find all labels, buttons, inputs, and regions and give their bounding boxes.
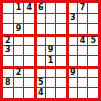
sudoku-cell-empty-r2c9[interactable] — [88, 14, 98, 24]
sudoku-cell-empty-r6c7[interactable] — [67, 56, 77, 66]
sudoku-cell-empty-r1c5[interactable] — [46, 3, 56, 13]
sudoku-cell-empty-r9c2[interactable] — [14, 88, 24, 98]
sudoku-cell-empty-r9c1[interactable] — [3, 88, 13, 98]
sudoku-cell-empty-r4c4[interactable] — [35, 35, 45, 45]
sudoku-cell-empty-r7c9[interactable] — [88, 67, 98, 77]
sudoku-cell-given-r7c2: 2 — [14, 67, 24, 77]
sudoku-cell-empty-r5c6[interactable] — [56, 46, 66, 56]
sudoku-cell-empty-r2c5[interactable] — [46, 14, 56, 24]
sudoku-cell-empty-r5c7[interactable] — [67, 46, 77, 56]
sudoku-cell-empty-r8c5[interactable] — [46, 78, 56, 88]
sudoku-cell-empty-r8c3[interactable] — [24, 78, 34, 88]
sudoku-cell-given-r8c1: 8 — [3, 78, 13, 88]
sudoku-cell-empty-r2c3[interactable] — [24, 14, 34, 24]
sudoku-cell-empty-r4c5[interactable] — [46, 35, 56, 45]
sudoku-cell-empty-r9c3[interactable] — [24, 88, 34, 98]
sudoku-cell-given-r3c2: 9 — [14, 24, 24, 34]
sudoku-cell-given-r6c5: 1 — [46, 56, 56, 66]
sudoku-cell-empty-r2c8[interactable] — [78, 14, 88, 24]
sudoku-cell-empty-r6c1[interactable] — [3, 56, 13, 66]
sudoku-cell-given-r1c3: 4 — [24, 3, 34, 13]
sudoku-cell-given-r5c5: 9 — [46, 46, 56, 56]
sudoku-cell-given-r5c1: 3 — [3, 46, 13, 56]
sudoku-cell-empty-r2c1[interactable] — [3, 14, 13, 24]
sudoku-cell-given-r7c7: 9 — [67, 67, 77, 77]
sudoku-cell-empty-r8c2[interactable] — [14, 78, 24, 88]
sudoku-cell-given-r1c8: 7 — [78, 3, 88, 13]
sudoku-cell-empty-r9c8[interactable] — [78, 88, 88, 98]
sudoku-cell-empty-r8c9[interactable] — [88, 78, 98, 88]
sudoku-cell-given-r1c4: 6 — [35, 3, 45, 13]
sudoku-cell-empty-r1c9[interactable] — [88, 3, 98, 13]
sudoku-cell-empty-r1c7[interactable] — [67, 3, 77, 13]
sudoku-cell-empty-r3c7[interactable] — [67, 24, 77, 34]
sudoku-cell-empty-r7c1[interactable] — [3, 67, 13, 77]
sudoku-cell-empty-r6c6[interactable] — [56, 56, 66, 66]
sudoku-cell-given-r2c7: 3 — [67, 14, 77, 24]
sudoku-cell-empty-r3c6[interactable] — [56, 24, 66, 34]
sudoku-cell-empty-r6c9[interactable] — [88, 56, 98, 66]
sudoku-cell-empty-r7c6[interactable] — [56, 67, 66, 77]
sudoku-cell-empty-r7c3[interactable] — [24, 67, 34, 77]
sudoku-cell-empty-r8c6[interactable] — [56, 78, 66, 88]
sudoku-cell-empty-r2c4[interactable] — [35, 14, 45, 24]
sudoku-cell-empty-r7c5[interactable] — [46, 67, 56, 77]
sudoku-cell-empty-r3c3[interactable] — [24, 24, 34, 34]
sudoku-cell-given-r4c1: 2 — [3, 35, 13, 45]
sudoku-cell-empty-r8c7[interactable] — [67, 78, 77, 88]
sudoku-cell-empty-r9c6[interactable] — [56, 88, 66, 98]
sudoku-cell-empty-r5c9[interactable] — [88, 46, 98, 56]
sudoku-cell-given-r4c8: 4 — [78, 35, 88, 45]
sudoku-cell-empty-r3c8[interactable] — [78, 24, 88, 34]
sudoku-cell-given-r9c4: 4 — [35, 88, 45, 98]
sudoku-cell-empty-r7c4[interactable] — [35, 67, 45, 77]
sudoku-cell-empty-r3c5[interactable] — [46, 24, 56, 34]
sudoku-cell-empty-r3c1[interactable] — [3, 24, 13, 34]
sudoku-cell-empty-r5c3[interactable] — [24, 46, 34, 56]
sudoku-cell-empty-r5c4[interactable] — [35, 46, 45, 56]
sudoku-board: 14673924539129854 — [0, 0, 101, 101]
sudoku-cell-empty-r4c6[interactable] — [56, 35, 66, 45]
sudoku-cell-empty-r4c3[interactable] — [24, 35, 34, 45]
sudoku-cell-empty-r5c8[interactable] — [78, 46, 88, 56]
sudoku-cell-empty-r2c6[interactable] — [56, 14, 66, 24]
sudoku-cell-empty-r4c2[interactable] — [14, 35, 24, 45]
sudoku-cell-empty-r2c2[interactable] — [14, 14, 24, 24]
sudoku-cell-empty-r6c3[interactable] — [24, 56, 34, 66]
sudoku-cell-empty-r5c2[interactable] — [14, 46, 24, 56]
sudoku-cell-empty-r9c9[interactable] — [88, 88, 98, 98]
sudoku-cell-empty-r9c7[interactable] — [67, 88, 77, 98]
sudoku-cell-empty-r6c4[interactable] — [35, 56, 45, 66]
sudoku-cell-given-r8c4: 5 — [35, 78, 45, 88]
sudoku-cell-empty-r3c4[interactable] — [35, 24, 45, 34]
sudoku-cell-given-r1c2: 1 — [14, 3, 24, 13]
sudoku-cell-empty-r1c1[interactable] — [3, 3, 13, 13]
sudoku-cell-empty-r9c5[interactable] — [46, 88, 56, 98]
sudoku-cell-empty-r6c2[interactable] — [14, 56, 24, 66]
sudoku-cell-empty-r8c8[interactable] — [78, 78, 88, 88]
sudoku-cell-empty-r1c6[interactable] — [56, 3, 66, 13]
sudoku-cell-empty-r3c9[interactable] — [88, 24, 98, 34]
sudoku-cell-given-r4c9: 5 — [88, 35, 98, 45]
sudoku-cell-empty-r7c8[interactable] — [78, 67, 88, 77]
sudoku-cell-empty-r4c7[interactable] — [67, 35, 77, 45]
sudoku-cell-empty-r6c8[interactable] — [78, 56, 88, 66]
